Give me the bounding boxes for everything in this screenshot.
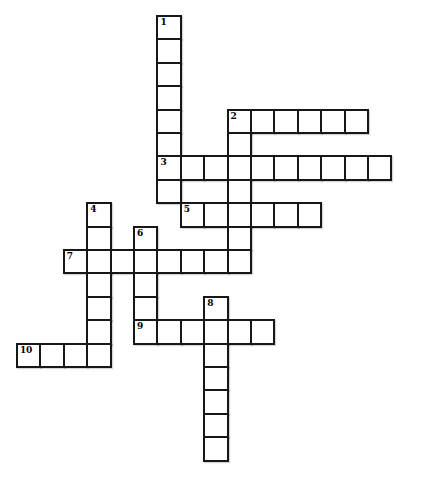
clue-number-3: 3: [160, 157, 166, 168]
cell-r5c9[interactable]: [227, 132, 252, 157]
cell-r4c6[interactable]: [156, 109, 181, 134]
clue-number-7: 7: [67, 251, 73, 262]
cell-r10c6[interactable]: [156, 249, 181, 274]
cell-r13c3[interactable]: [86, 319, 111, 344]
cell-r12c3[interactable]: [86, 296, 111, 321]
cell-r13c10[interactable]: [250, 319, 275, 344]
cell-r8c12[interactable]: [297, 202, 322, 227]
cell-r18c8[interactable]: [203, 436, 228, 461]
cell-r14c3[interactable]: [86, 343, 111, 368]
cell-r6c15[interactable]: [367, 155, 392, 180]
cell-r16c8[interactable]: [203, 389, 228, 414]
cell-r10c5[interactable]: [133, 249, 158, 274]
cell-r17c8[interactable]: [203, 413, 228, 438]
cell-r13c8[interactable]: [203, 319, 228, 344]
cell-r4c11[interactable]: [273, 109, 298, 134]
cell-r13c9[interactable]: [227, 319, 252, 344]
cell-r5c6[interactable]: [156, 132, 181, 157]
cell-r6c7[interactable]: [180, 155, 205, 180]
cell-r9c9[interactable]: [227, 226, 252, 251]
cell-r8c7[interactable]: 5: [180, 202, 205, 227]
cell-r12c5[interactable]: [133, 296, 158, 321]
clue-number-4: 4: [90, 204, 96, 215]
cell-r1c6[interactable]: [156, 38, 181, 63]
cell-r4c14[interactable]: [344, 109, 369, 134]
cell-r2c6[interactable]: [156, 62, 181, 87]
cell-r4c9[interactable]: 2: [227, 109, 252, 134]
cell-r9c3[interactable]: [86, 226, 111, 251]
cell-r13c7[interactable]: [180, 319, 205, 344]
cell-r6c9[interactable]: [227, 155, 252, 180]
cell-r10c4[interactable]: [110, 249, 135, 274]
crossword-diagram: 12345678910: [0, 0, 430, 500]
cell-r8c9[interactable]: [227, 202, 252, 227]
cell-r11c3[interactable]: [86, 272, 111, 297]
cell-r6c13[interactable]: [320, 155, 345, 180]
cell-r14c2[interactable]: [63, 343, 88, 368]
clue-number-8: 8: [207, 298, 213, 309]
cell-r13c6[interactable]: [156, 319, 181, 344]
cell-r10c9[interactable]: [227, 249, 252, 274]
cell-r0c6[interactable]: 1: [156, 15, 181, 40]
cell-r13c5[interactable]: 9: [133, 319, 158, 344]
cell-r6c8[interactable]: [203, 155, 228, 180]
cell-r14c1[interactable]: [39, 343, 64, 368]
clue-number-5: 5: [184, 204, 190, 215]
cell-r3c6[interactable]: [156, 85, 181, 110]
clue-number-9: 9: [137, 321, 143, 332]
cell-r6c11[interactable]: [273, 155, 298, 180]
cell-r4c13[interactable]: [320, 109, 345, 134]
cell-r4c10[interactable]: [250, 109, 275, 134]
cell-r8c11[interactable]: [273, 202, 298, 227]
crossword-board: 12345678910: [16, 15, 393, 462]
cell-r6c6[interactable]: 3: [156, 155, 181, 180]
clue-number-2: 2: [231, 111, 237, 122]
cell-r8c3[interactable]: 4: [86, 202, 111, 227]
cell-r11c5[interactable]: [133, 272, 158, 297]
cell-r15c8[interactable]: [203, 366, 228, 391]
cell-r10c3[interactable]: [86, 249, 111, 274]
cell-r6c12[interactable]: [297, 155, 322, 180]
cell-r14c0[interactable]: 10: [16, 343, 41, 368]
cell-r8c10[interactable]: [250, 202, 275, 227]
clue-number-1: 1: [160, 17, 166, 28]
cell-r10c7[interactable]: [180, 249, 205, 274]
cell-r6c14[interactable]: [344, 155, 369, 180]
clue-number-6: 6: [137, 228, 143, 239]
cell-r14c8[interactable]: [203, 343, 228, 368]
cell-r8c8[interactable]: [203, 202, 228, 227]
cell-r12c8[interactable]: 8: [203, 296, 228, 321]
cell-r7c6[interactable]: [156, 179, 181, 204]
clue-number-10: 10: [20, 345, 32, 356]
cell-r7c9[interactable]: [227, 179, 252, 204]
cell-r10c2[interactable]: 7: [63, 249, 88, 274]
cell-r9c5[interactable]: 6: [133, 226, 158, 251]
cell-r6c10[interactable]: [250, 155, 275, 180]
cell-r4c12[interactable]: [297, 109, 322, 134]
cell-r10c8[interactable]: [203, 249, 228, 274]
